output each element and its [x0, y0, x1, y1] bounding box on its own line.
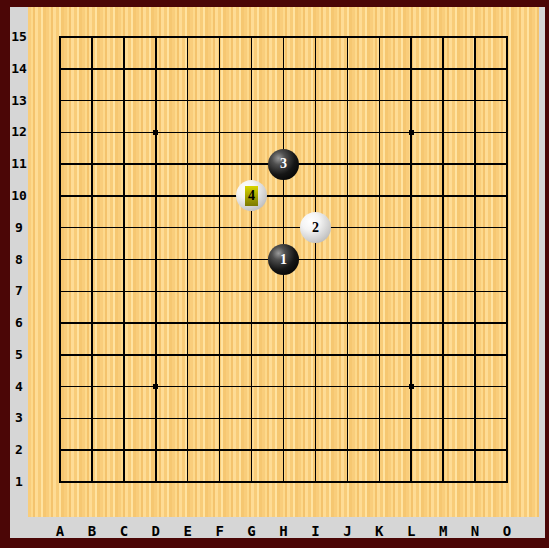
- grid-line-horizontal: [59, 481, 508, 483]
- grid-line-vertical: [474, 36, 476, 483]
- star-point: [153, 384, 158, 389]
- move-number: 1: [280, 252, 287, 268]
- board-surface[interactable]: 1234: [28, 7, 539, 517]
- stone-black-h11: 3: [268, 149, 299, 180]
- row-coordinate-label: 15: [10, 29, 28, 45]
- grid-line-vertical: [347, 36, 349, 483]
- grid-line-vertical: [506, 36, 508, 483]
- row-coordinate-label: 12: [10, 124, 28, 140]
- column-coordinate-label: H: [272, 523, 296, 539]
- row-coordinate-label: 14: [10, 61, 28, 77]
- row-coordinate-label: 1: [10, 474, 28, 490]
- row-coordinate-label: 3: [10, 410, 28, 426]
- row-coordinate-label: 9: [10, 220, 28, 236]
- move-number: 2: [312, 220, 319, 236]
- column-coordinate-label: F: [208, 523, 232, 539]
- row-coordinate-label: 13: [10, 93, 28, 109]
- star-point: [409, 130, 414, 135]
- grid-line-vertical: [315, 36, 317, 483]
- grid-line-vertical: [379, 36, 381, 483]
- row-coordinate-label: 4: [10, 379, 28, 395]
- go-board-window: 1234 151413121110987654321 ABCDEFGHIJKLM…: [0, 0, 549, 548]
- grid-line-horizontal: [59, 291, 508, 293]
- row-coordinate-label: 8: [10, 252, 28, 268]
- row-coordinate-label: 7: [10, 283, 28, 299]
- column-coordinate-label: A: [48, 523, 72, 539]
- column-coordinate-label: N: [463, 523, 487, 539]
- stone-white-g10: 4: [236, 180, 267, 211]
- column-coordinate-label: G: [240, 523, 264, 539]
- grid-line-vertical: [442, 36, 444, 483]
- column-coordinate-label: J: [335, 523, 359, 539]
- column-coordinate-label: C: [112, 523, 136, 539]
- row-coordinate-label: 5: [10, 347, 28, 363]
- grid-line-horizontal: [59, 354, 508, 356]
- row-coordinate-label: 10: [10, 188, 28, 204]
- stone-black-h8: 1: [268, 244, 299, 275]
- stone-white-i9: 2: [300, 212, 331, 243]
- grid-line-horizontal: [59, 449, 508, 451]
- row-coordinate-label: 11: [10, 156, 28, 172]
- column-coordinate-label: D: [144, 523, 168, 539]
- column-coordinate-label: B: [80, 523, 104, 539]
- grid-line-horizontal: [59, 418, 508, 420]
- column-coordinate-label: M: [431, 523, 455, 539]
- column-coordinate-label: K: [367, 523, 391, 539]
- star-point: [409, 384, 414, 389]
- move-number: 3: [280, 156, 287, 172]
- row-coordinate-label: 2: [10, 442, 28, 458]
- last-move-marker: 4: [245, 186, 258, 206]
- column-coordinate-label: I: [303, 523, 327, 539]
- column-coordinate-label: E: [176, 523, 200, 539]
- grid-line-horizontal: [59, 386, 508, 388]
- row-coordinate-label: 6: [10, 315, 28, 331]
- grid-line-horizontal: [59, 322, 508, 324]
- column-coordinate-label: O: [495, 523, 519, 539]
- star-point: [153, 130, 158, 135]
- column-coordinate-label: L: [399, 523, 423, 539]
- grid-line-vertical: [410, 36, 412, 483]
